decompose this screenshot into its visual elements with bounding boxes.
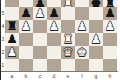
square-g3: ♟ [89, 33, 103, 46]
piece-white-p-a2: ♟ [5, 46, 19, 59]
square-g2 [89, 46, 103, 59]
file-labels: abcdefgh [5, 72, 117, 80]
square-h2 [103, 46, 117, 59]
square-e6: ♜ [61, 0, 75, 7]
piece-white-p-d4: ♟ [47, 20, 61, 33]
square-e5 [61, 7, 75, 20]
rank-label-4: 4 [1, 20, 5, 33]
rank-label-3: 3 [1, 33, 5, 46]
file-label-a: a [5, 72, 19, 80]
rank-label-2: 2 [1, 46, 5, 59]
file-label-g: g [89, 72, 103, 80]
square-b2 [19, 46, 33, 59]
piece-white-p-g3: ♟ [89, 33, 103, 46]
square-f4: ♟ [75, 20, 89, 33]
square-f6 [75, 0, 89, 7]
piece-white-q-e2: ♛ [61, 46, 75, 59]
file-label-f: f [75, 72, 89, 80]
square-f2: ♚ [75, 46, 89, 59]
square-a2: ♟ [5, 46, 19, 59]
square-g6: ♚ [89, 0, 103, 7]
square-e2: ♛ [61, 46, 75, 59]
file-label-e: e [61, 72, 75, 80]
square-d4: ♟ [47, 20, 61, 33]
square-c4 [33, 20, 47, 33]
piece-white-k-f2: ♚ [75, 46, 89, 59]
board-grid: ♟♜♚♜♟♟♟♟♜♟♟♟♟♟♜♟♟♛♚ [5, 0, 117, 72]
square-b4: ♟ [19, 20, 33, 33]
file-label-b: b [19, 72, 33, 80]
file-label-h: h [103, 72, 117, 80]
square-h3 [103, 33, 117, 46]
square-a6 [5, 0, 19, 7]
file-label-c: c [33, 72, 47, 80]
square-c2 [33, 46, 47, 59]
square-d3 [47, 33, 61, 46]
piece-white-p-c5: ♟ [33, 7, 47, 20]
piece-white-p-f4: ♟ [75, 20, 89, 33]
square-g5 [89, 7, 103, 20]
square-c5: ♟ [33, 7, 47, 20]
square-c3 [33, 33, 47, 46]
piece-white-p-b4: ♟ [19, 20, 33, 33]
square-b3 [19, 33, 33, 46]
square-h4: ♟ [103, 20, 117, 33]
piece-white-p-h4: ♟ [103, 20, 117, 33]
square-d2 [47, 46, 61, 59]
board-bottom-line [1, 71, 118, 72]
chess-diagram: ♟♜♚♜♟♟♟♟♜♟♟♟♟♟♜♟♟♛♚ 54321 abcdefgh [0, 0, 120, 80]
file-label-d: d [47, 72, 61, 80]
chess-board: ♟♜♚♜♟♟♟♟♜♟♟♟♟♟♜♟♟♛♚ [5, 0, 117, 72]
rank-labels: 54321 [1, 0, 5, 72]
rank-label-5: 5 [1, 7, 5, 20]
